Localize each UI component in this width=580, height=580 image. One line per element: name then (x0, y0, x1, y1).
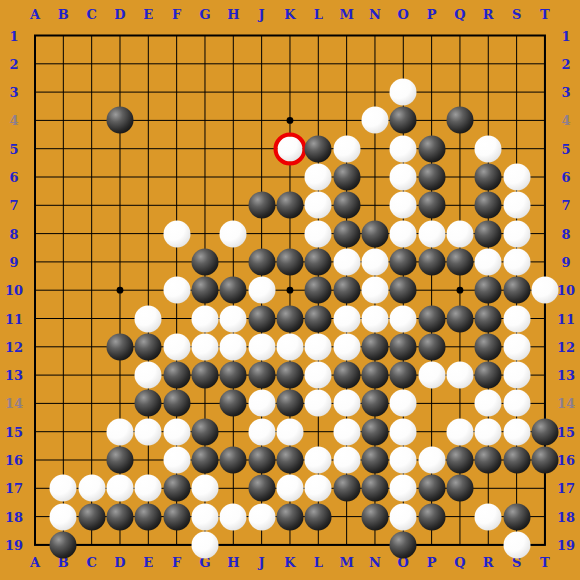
black-stone-S10 (503, 277, 530, 304)
black-stone-N16 (361, 447, 388, 474)
black-stone-P6 (418, 164, 445, 191)
white-stone-P8 (418, 220, 445, 247)
black-stone-O9 (390, 248, 417, 275)
white-stone-E13 (135, 362, 162, 389)
black-stone-G15 (191, 418, 218, 445)
white-stone-J10 (248, 277, 275, 304)
black-stone-F18 (163, 503, 190, 530)
black-stone-K14 (276, 390, 303, 417)
white-stone-S11 (503, 305, 530, 332)
white-stone-G17 (191, 475, 218, 502)
black-stone-G10 (191, 277, 218, 304)
white-stone-S14 (503, 390, 530, 417)
white-stone-S13 (503, 362, 530, 389)
black-stone-L11 (305, 305, 332, 332)
black-stone-P7 (418, 192, 445, 219)
black-stone-F17 (163, 475, 190, 502)
white-stone-L8 (305, 220, 332, 247)
black-stone-K13 (276, 362, 303, 389)
black-stone-S16 (503, 447, 530, 474)
black-stone-E12 (135, 333, 162, 360)
white-stone-L17 (305, 475, 332, 502)
white-stone-M12 (333, 333, 360, 360)
white-stone-L13 (305, 362, 332, 389)
white-stone-B17 (50, 475, 77, 502)
black-stone-K18 (276, 503, 303, 530)
black-stone-H16 (220, 447, 247, 474)
white-stone-O17 (390, 475, 417, 502)
black-stone-T15 (531, 418, 558, 445)
white-stone-K5-marked-last-move (273, 132, 306, 165)
black-stone-O19 (390, 531, 417, 558)
black-stone-L5 (305, 135, 332, 162)
black-stone-O13 (390, 362, 417, 389)
white-stone-P16 (418, 447, 445, 474)
white-stone-O11 (390, 305, 417, 332)
white-stone-K12 (276, 333, 303, 360)
black-stone-O12 (390, 333, 417, 360)
black-stone-M13 (333, 362, 360, 389)
black-stone-J16 (248, 447, 275, 474)
black-stone-P17 (418, 475, 445, 502)
white-stone-M9 (333, 248, 360, 275)
black-stone-F14 (163, 390, 190, 417)
white-stone-E15 (135, 418, 162, 445)
white-stone-K17 (276, 475, 303, 502)
white-stone-N11 (361, 305, 388, 332)
black-stone-K16 (276, 447, 303, 474)
white-stone-O8 (390, 220, 417, 247)
white-stone-M15 (333, 418, 360, 445)
white-stone-T10 (531, 277, 558, 304)
black-stone-N12 (361, 333, 388, 360)
white-stone-N9 (361, 248, 388, 275)
black-stone-N15 (361, 418, 388, 445)
white-stone-F10 (163, 277, 190, 304)
white-stone-N10 (361, 277, 388, 304)
white-stone-G19 (191, 531, 218, 558)
white-stone-R14 (475, 390, 502, 417)
black-stone-G13 (191, 362, 218, 389)
white-stone-J12 (248, 333, 275, 360)
white-stone-H11 (220, 305, 247, 332)
white-stone-R9 (475, 248, 502, 275)
black-stone-E18 (135, 503, 162, 530)
black-stone-E14 (135, 390, 162, 417)
white-stone-S12 (503, 333, 530, 360)
white-stone-Q13 (446, 362, 473, 389)
black-stone-Q16 (446, 447, 473, 474)
white-stone-M16 (333, 447, 360, 474)
black-stone-D4 (106, 107, 133, 134)
black-stone-D18 (106, 503, 133, 530)
white-stone-S8 (503, 220, 530, 247)
black-stone-J11 (248, 305, 275, 332)
white-stone-G12 (191, 333, 218, 360)
white-stone-F8 (163, 220, 190, 247)
black-stone-T16 (531, 447, 558, 474)
black-stone-D12 (106, 333, 133, 360)
white-stone-O6 (390, 164, 417, 191)
black-stone-H13 (220, 362, 247, 389)
black-stone-R10 (475, 277, 502, 304)
black-stone-M10 (333, 277, 360, 304)
white-stone-R15 (475, 418, 502, 445)
black-stone-H14 (220, 390, 247, 417)
white-stone-S9 (503, 248, 530, 275)
black-stone-M8 (333, 220, 360, 247)
black-stone-B19 (50, 531, 77, 558)
white-stone-K15 (276, 418, 303, 445)
black-stone-P12 (418, 333, 445, 360)
black-stone-S18 (503, 503, 530, 530)
white-stone-M11 (333, 305, 360, 332)
black-stone-R7 (475, 192, 502, 219)
white-stone-H8 (220, 220, 247, 247)
white-stone-O7 (390, 192, 417, 219)
white-stone-G11 (191, 305, 218, 332)
white-stone-S7 (503, 192, 530, 219)
white-stone-O16 (390, 447, 417, 474)
black-stone-R11 (475, 305, 502, 332)
black-stone-J13 (248, 362, 275, 389)
black-stone-K7 (276, 192, 303, 219)
white-stone-O15 (390, 418, 417, 445)
black-stone-K11 (276, 305, 303, 332)
black-stone-C18 (78, 503, 105, 530)
white-stone-J18 (248, 503, 275, 530)
white-stone-L12 (305, 333, 332, 360)
white-stone-H18 (220, 503, 247, 530)
star-point (457, 287, 464, 294)
black-stone-Q17 (446, 475, 473, 502)
white-stone-R5 (475, 135, 502, 162)
black-stone-M6 (333, 164, 360, 191)
white-stone-L7 (305, 192, 332, 219)
white-stone-L6 (305, 164, 332, 191)
black-stone-R6 (475, 164, 502, 191)
white-stone-M14 (333, 390, 360, 417)
white-stone-M5 (333, 135, 360, 162)
black-stone-N14 (361, 390, 388, 417)
black-stone-P11 (418, 305, 445, 332)
black-stone-N13 (361, 362, 388, 389)
white-stone-S15 (503, 418, 530, 445)
white-stone-H12 (220, 333, 247, 360)
white-stone-P13 (418, 362, 445, 389)
go-board-app: ABCDEFGHJKLMNOPQRST ABCDEFGHJKLMNOPQRST … (0, 0, 580, 580)
white-stone-N4 (361, 107, 388, 134)
white-stone-G18 (191, 503, 218, 530)
black-stone-R8 (475, 220, 502, 247)
white-stone-B18 (50, 503, 77, 530)
white-stone-L16 (305, 447, 332, 474)
white-stone-E17 (135, 475, 162, 502)
black-stone-N17 (361, 475, 388, 502)
black-stone-J17 (248, 475, 275, 502)
black-stone-Q4 (446, 107, 473, 134)
white-stone-F16 (163, 447, 190, 474)
black-stone-G16 (191, 447, 218, 474)
black-stone-J9 (248, 248, 275, 275)
black-stone-R13 (475, 362, 502, 389)
white-stone-Q8 (446, 220, 473, 247)
black-stone-Q9 (446, 248, 473, 275)
white-stone-O18 (390, 503, 417, 530)
black-stone-H10 (220, 277, 247, 304)
black-stone-O10 (390, 277, 417, 304)
white-stone-D15 (106, 418, 133, 445)
white-stone-L14 (305, 390, 332, 417)
star-point (117, 287, 124, 294)
white-stone-C17 (78, 475, 105, 502)
black-stone-L18 (305, 503, 332, 530)
black-stone-M17 (333, 475, 360, 502)
white-stone-F12 (163, 333, 190, 360)
black-stone-F13 (163, 362, 190, 389)
star-point (287, 287, 294, 294)
black-stone-G9 (191, 248, 218, 275)
black-stone-L9 (305, 248, 332, 275)
white-stone-J14 (248, 390, 275, 417)
white-stone-E11 (135, 305, 162, 332)
black-stone-R16 (475, 447, 502, 474)
white-stone-S6 (503, 164, 530, 191)
star-point (287, 117, 294, 124)
black-stone-P5 (418, 135, 445, 162)
white-stone-R18 (475, 503, 502, 530)
black-stone-R12 (475, 333, 502, 360)
white-stone-J15 (248, 418, 275, 445)
black-stone-D16 (106, 447, 133, 474)
white-stone-O14 (390, 390, 417, 417)
black-stone-L10 (305, 277, 332, 304)
white-stone-S19 (503, 531, 530, 558)
white-stone-Q15 (446, 418, 473, 445)
black-stone-N18 (361, 503, 388, 530)
black-stone-P9 (418, 248, 445, 275)
black-stone-N8 (361, 220, 388, 247)
black-stone-K9 (276, 248, 303, 275)
white-stone-F15 (163, 418, 190, 445)
black-stone-Q11 (446, 305, 473, 332)
white-stone-O5 (390, 135, 417, 162)
white-stone-D17 (106, 475, 133, 502)
black-stone-J7 (248, 192, 275, 219)
black-stone-O4 (390, 107, 417, 134)
white-stone-O3 (390, 79, 417, 106)
black-stone-M7 (333, 192, 360, 219)
black-stone-P18 (418, 503, 445, 530)
